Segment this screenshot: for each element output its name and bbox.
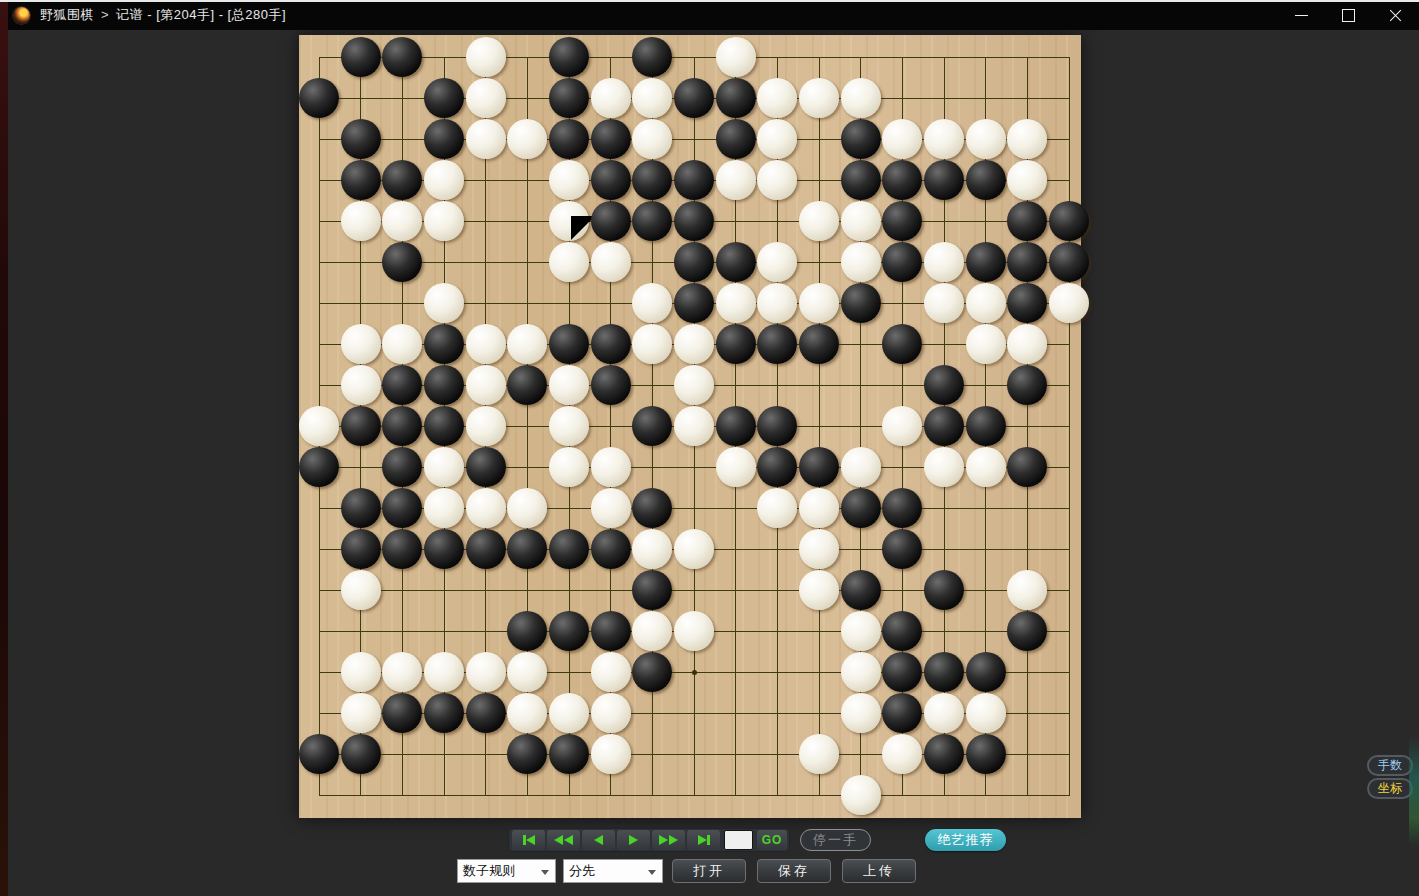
white-stone <box>591 693 631 733</box>
white-stone <box>1007 160 1047 200</box>
white-stone <box>632 78 672 118</box>
black-stone <box>382 37 422 77</box>
black-stone <box>549 611 589 651</box>
white-stone <box>632 324 672 364</box>
black-stone <box>799 324 839 364</box>
white-stone <box>466 406 506 446</box>
title-app-name: 野狐围棋 <box>40 7 94 22</box>
grid-line <box>319 795 1070 796</box>
black-stone <box>549 78 589 118</box>
black-stone <box>424 78 464 118</box>
black-stone <box>382 242 422 282</box>
grid-line <box>319 57 1070 58</box>
ai-recommend-button[interactable]: 绝艺推荐 <box>925 829 1006 851</box>
white-stone <box>466 488 506 528</box>
white-stone <box>341 652 381 692</box>
black-stone <box>966 734 1006 774</box>
open-button[interactable]: 打开 <box>672 859 746 883</box>
white-stone <box>924 283 964 323</box>
next-move-icon <box>629 835 638 845</box>
black-stone <box>1007 611 1047 651</box>
black-stone <box>799 447 839 487</box>
black-stone <box>716 324 756 364</box>
black-stone <box>924 160 964 200</box>
white-stone <box>1007 119 1047 159</box>
white-stone <box>799 570 839 610</box>
white-stone <box>757 78 797 118</box>
black-stone <box>674 78 714 118</box>
black-stone <box>591 529 631 569</box>
white-stone <box>757 488 797 528</box>
white-stone <box>966 447 1006 487</box>
black-stone <box>632 201 672 241</box>
white-stone <box>924 242 964 282</box>
white-stone <box>299 406 339 446</box>
white-stone <box>799 488 839 528</box>
fast-forward-icon <box>659 835 668 845</box>
black-stone <box>424 406 464 446</box>
white-stone <box>591 447 631 487</box>
black-stone <box>966 652 1006 692</box>
black-stone <box>757 447 797 487</box>
white-stone <box>841 611 881 651</box>
title-bar: 野狐围棋>记谱 - [第204手] - [总280手] <box>0 0 1419 30</box>
close-icon <box>1388 8 1403 23</box>
white-stone <box>674 611 714 651</box>
white-stone <box>716 37 756 77</box>
white-stone <box>674 324 714 364</box>
black-stone <box>299 734 339 774</box>
white-stone <box>591 488 631 528</box>
black-stone <box>924 652 964 692</box>
black-stone <box>341 734 381 774</box>
white-stone <box>549 406 589 446</box>
fast-backward-button[interactable] <box>547 830 580 850</box>
white-stone <box>799 78 839 118</box>
close-button[interactable] <box>1372 0 1419 30</box>
white-stone <box>507 324 547 364</box>
white-stone <box>841 78 881 118</box>
white-stone <box>424 488 464 528</box>
white-stone <box>841 693 881 733</box>
handicap-select-value: 分先 <box>569 862 595 880</box>
black-stone <box>716 406 756 446</box>
black-stone <box>466 529 506 569</box>
skip-to-start-button[interactable] <box>512 830 545 850</box>
black-stone <box>882 611 922 651</box>
white-stone <box>549 160 589 200</box>
black-stone <box>382 406 422 446</box>
black-stone <box>424 365 464 405</box>
black-stone <box>841 160 881 200</box>
black-stone <box>507 529 547 569</box>
white-stone <box>716 160 756 200</box>
white-stone <box>466 324 506 364</box>
move-number-input[interactable] <box>724 830 753 850</box>
rule-select[interactable]: 数子规则 <box>457 859 556 883</box>
black-stone <box>1007 283 1047 323</box>
previous-move-icon <box>594 835 603 845</box>
black-stone <box>382 488 422 528</box>
black-stone <box>632 406 672 446</box>
black-stone <box>507 611 547 651</box>
fast-forward-button[interactable] <box>652 830 685 850</box>
move-nav-toolbar: GO <box>508 828 790 852</box>
white-stone <box>841 447 881 487</box>
black-stone <box>757 324 797 364</box>
white-stone <box>424 201 464 241</box>
black-stone <box>632 570 672 610</box>
white-stone <box>757 119 797 159</box>
white-stone <box>966 119 1006 159</box>
black-stone <box>632 160 672 200</box>
black-stone <box>1007 365 1047 405</box>
white-stone <box>674 529 714 569</box>
white-stone <box>841 652 881 692</box>
minimize-button[interactable] <box>1278 0 1325 30</box>
white-stone <box>591 242 631 282</box>
minimize-icon <box>1295 15 1308 16</box>
black-stone <box>591 611 631 651</box>
black-stone <box>1049 242 1089 282</box>
black-stone <box>882 488 922 528</box>
next-move-button[interactable] <box>617 830 650 850</box>
white-stone <box>424 652 464 692</box>
white-stone <box>757 283 797 323</box>
white-stone <box>632 119 672 159</box>
white-stone <box>757 160 797 200</box>
chevron-down-icon <box>541 870 549 875</box>
black-stone <box>591 201 631 241</box>
black-stone <box>924 734 964 774</box>
white-stone <box>466 119 506 159</box>
white-stone <box>924 693 964 733</box>
white-stone <box>382 324 422 364</box>
maximize-button[interactable] <box>1325 0 1372 30</box>
black-stone <box>507 365 547 405</box>
show-coordinates-button[interactable]: 坐标 <box>1367 778 1413 799</box>
skip-to-end-icon <box>698 835 707 845</box>
background-left-strip <box>0 0 8 896</box>
black-stone <box>382 365 422 405</box>
black-stone <box>716 242 756 282</box>
go-board[interactable] <box>299 35 1081 818</box>
white-stone <box>882 734 922 774</box>
black-stone <box>716 119 756 159</box>
black-stone <box>299 447 339 487</box>
black-stone <box>549 119 589 159</box>
black-stone <box>674 160 714 200</box>
window-top-edge <box>0 0 1419 2</box>
black-stone <box>549 37 589 77</box>
black-stone <box>341 160 381 200</box>
black-stone <box>549 734 589 774</box>
white-stone <box>591 734 631 774</box>
black-stone <box>882 324 922 364</box>
show-move-numbers-button[interactable]: 手数 <box>1367 755 1413 776</box>
grid-line <box>1069 57 1070 796</box>
handicap-select[interactable]: 分先 <box>563 859 663 883</box>
black-stone <box>1007 447 1047 487</box>
black-stone <box>341 37 381 77</box>
window-controls <box>1278 0 1419 30</box>
white-stone <box>382 201 422 241</box>
white-stone <box>549 365 589 405</box>
black-stone <box>382 529 422 569</box>
skip-to-end-button[interactable] <box>687 830 720 850</box>
white-stone <box>632 611 672 651</box>
white-stone <box>591 652 631 692</box>
black-stone <box>1007 242 1047 282</box>
white-stone <box>507 652 547 692</box>
window-title: 野狐围棋>记谱 - [第204手] - [总280手] <box>40 6 286 24</box>
black-stone <box>757 406 797 446</box>
black-stone <box>424 693 464 733</box>
white-stone <box>382 652 422 692</box>
black-stone <box>1049 201 1089 241</box>
white-stone <box>966 693 1006 733</box>
white-stone <box>924 119 964 159</box>
white-stone <box>1007 570 1047 610</box>
black-stone <box>591 324 631 364</box>
white-stone <box>757 242 797 282</box>
white-stone <box>799 201 839 241</box>
rule-select-value: 数子规则 <box>463 862 515 880</box>
black-stone <box>882 201 922 241</box>
black-stone <box>966 242 1006 282</box>
white-stone <box>507 488 547 528</box>
white-stone <box>1049 283 1089 323</box>
white-stone <box>424 283 464 323</box>
white-stone <box>674 406 714 446</box>
black-stone <box>424 529 464 569</box>
black-stone <box>966 160 1006 200</box>
black-stone <box>882 529 922 569</box>
black-stone <box>382 693 422 733</box>
white-stone <box>841 201 881 241</box>
white-stone <box>549 242 589 282</box>
black-stone <box>632 37 672 77</box>
black-stone <box>841 488 881 528</box>
black-stone <box>341 406 381 446</box>
white-stone <box>466 652 506 692</box>
white-stone <box>466 365 506 405</box>
black-stone <box>341 529 381 569</box>
black-stone <box>841 283 881 323</box>
white-stone <box>341 570 381 610</box>
black-stone <box>882 652 922 692</box>
black-stone <box>882 242 922 282</box>
black-stone <box>466 693 506 733</box>
chevron-down-icon <box>648 870 656 875</box>
white-stone <box>549 693 589 733</box>
white-stone <box>549 201 589 241</box>
black-stone <box>716 78 756 118</box>
black-stone <box>1007 201 1047 241</box>
white-stone <box>549 447 589 487</box>
black-stone <box>841 570 881 610</box>
white-stone <box>882 406 922 446</box>
black-stone <box>882 693 922 733</box>
black-stone <box>882 160 922 200</box>
white-stone <box>632 529 672 569</box>
black-stone <box>382 160 422 200</box>
black-stone <box>591 119 631 159</box>
white-stone <box>716 283 756 323</box>
save-button[interactable]: 保存 <box>757 859 831 883</box>
black-stone <box>966 406 1006 446</box>
maximize-icon <box>1342 9 1355 22</box>
black-stone <box>591 160 631 200</box>
white-stone <box>466 37 506 77</box>
background-right-strip <box>1409 735 1419 845</box>
title-document: 记谱 - [第204手] - [总280手] <box>116 7 286 22</box>
white-stone <box>674 365 714 405</box>
app-logo-icon <box>13 7 30 24</box>
white-stone <box>841 242 881 282</box>
black-stone <box>674 201 714 241</box>
black-stone <box>424 119 464 159</box>
white-stone <box>507 693 547 733</box>
white-stone <box>466 78 506 118</box>
black-stone <box>924 570 964 610</box>
white-stone <box>1007 324 1047 364</box>
black-stone <box>341 119 381 159</box>
black-stone <box>632 652 672 692</box>
white-stone <box>341 201 381 241</box>
white-stone <box>799 734 839 774</box>
white-stone <box>966 283 1006 323</box>
white-stone <box>799 283 839 323</box>
upload-button[interactable]: 上传 <box>842 859 916 883</box>
black-stone <box>591 365 631 405</box>
white-stone <box>591 78 631 118</box>
grid-line <box>819 57 820 796</box>
white-stone <box>841 775 881 815</box>
black-stone <box>674 283 714 323</box>
black-stone <box>382 447 422 487</box>
white-stone <box>924 447 964 487</box>
white-stone <box>341 693 381 733</box>
go-button[interactable]: GO <box>757 830 787 850</box>
white-stone <box>424 160 464 200</box>
white-stone <box>716 447 756 487</box>
white-stone <box>632 283 672 323</box>
white-stone <box>424 447 464 487</box>
black-stone <box>924 406 964 446</box>
black-stone <box>507 734 547 774</box>
black-stone <box>549 529 589 569</box>
breadcrumb-separator: > <box>101 7 109 22</box>
black-stone <box>674 242 714 282</box>
black-stone <box>841 119 881 159</box>
white-stone <box>966 324 1006 364</box>
previous-move-button[interactable] <box>582 830 615 850</box>
fast-backward-icon <box>554 835 563 845</box>
black-stone <box>632 488 672 528</box>
white-stone <box>799 529 839 569</box>
pass-button[interactable]: 停一手 <box>800 829 871 851</box>
white-stone <box>882 119 922 159</box>
black-stone <box>924 365 964 405</box>
app-content: GO 停一手 绝艺推荐 数子规则 分先 打开 保存 上传 手数 坐标 <box>0 30 1419 896</box>
black-stone <box>424 324 464 364</box>
white-stone <box>341 365 381 405</box>
black-stone <box>549 324 589 364</box>
black-stone <box>466 447 506 487</box>
black-stone <box>341 488 381 528</box>
white-stone <box>341 324 381 364</box>
star-point <box>692 670 697 675</box>
white-stone <box>507 119 547 159</box>
black-stone <box>299 78 339 118</box>
